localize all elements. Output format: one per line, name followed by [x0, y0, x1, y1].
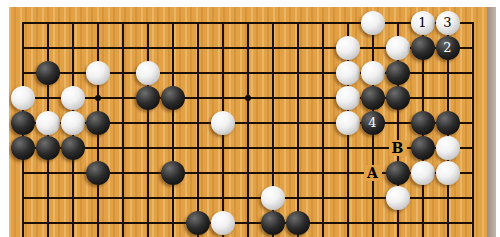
intersection: [310, 35, 335, 60]
stone-white: [436, 161, 460, 185]
intersection: [410, 110, 435, 135]
intersection: [210, 35, 235, 60]
intersection: [285, 135, 310, 160]
intersection: [60, 210, 85, 235]
intersection: [10, 135, 35, 160]
intersection: [335, 85, 360, 110]
intersection: [460, 60, 485, 85]
intersection: [410, 85, 435, 110]
intersection: [460, 210, 485, 235]
intersection: [235, 185, 260, 210]
intersection: [210, 210, 235, 235]
intersection: [410, 210, 435, 235]
intersection: [160, 60, 185, 85]
intersection: [285, 10, 310, 35]
intersection: [235, 85, 260, 110]
intersection: [110, 10, 135, 35]
intersection: [435, 60, 460, 85]
stone-white: 3: [436, 11, 460, 35]
intersection: [360, 10, 385, 35]
intersection: [385, 85, 410, 110]
intersection: [210, 160, 235, 185]
stone-white: [61, 86, 85, 110]
stone-black: [61, 136, 85, 160]
intersection: [85, 185, 110, 210]
intersection: [35, 210, 60, 235]
intersection: [60, 85, 85, 110]
intersection: [60, 135, 85, 160]
intersection: [210, 60, 235, 85]
intersection: [85, 135, 110, 160]
stone-black: [361, 86, 385, 110]
intersection: [185, 85, 210, 110]
intersection: [460, 135, 485, 160]
intersection: [160, 160, 185, 185]
intersection: [210, 135, 235, 160]
intersection: [310, 160, 335, 185]
intersection: [35, 110, 60, 135]
intersection: [360, 60, 385, 85]
intersection: [185, 185, 210, 210]
intersection: [135, 160, 160, 185]
intersection: [160, 85, 185, 110]
intersection: [135, 35, 160, 60]
intersection: [385, 60, 410, 85]
intersection: [310, 135, 335, 160]
intersection: [335, 35, 360, 60]
stone-black: [11, 136, 35, 160]
intersection: [310, 60, 335, 85]
stone-white: [411, 161, 435, 185]
intersection: B: [385, 135, 410, 160]
intersection: [110, 185, 135, 210]
intersection: [135, 85, 160, 110]
intersection: [310, 210, 335, 235]
intersection: [10, 160, 35, 185]
stone-black: [411, 136, 435, 160]
intersection: [410, 35, 435, 60]
intersection: [135, 135, 160, 160]
intersection: [285, 85, 310, 110]
intersection: [160, 135, 185, 160]
intersection: [60, 10, 85, 35]
intersection: [135, 185, 160, 210]
stone-white: [11, 86, 35, 110]
intersection: [235, 110, 260, 135]
intersection: [360, 210, 385, 235]
intersection: [235, 210, 260, 235]
intersection: [35, 135, 60, 160]
stone-white: [361, 11, 385, 35]
intersection: [185, 110, 210, 135]
intersection: [185, 10, 210, 35]
go-board[interactable]: 1324BA: [9, 7, 487, 237]
stone-white: [86, 61, 110, 85]
stone-black: [286, 211, 310, 235]
intersection: [260, 160, 285, 185]
intersection: [335, 210, 360, 235]
stone-white: [336, 36, 360, 60]
stone-white: 1: [411, 11, 435, 35]
intersection: [185, 35, 210, 60]
intersection: [10, 10, 35, 35]
intersection: [360, 185, 385, 210]
intersection: [335, 160, 360, 185]
intersection: [135, 110, 160, 135]
point-label-a: A: [364, 165, 382, 181]
intersection: [335, 60, 360, 85]
intersection: [160, 110, 185, 135]
intersection: [160, 185, 185, 210]
intersection: 2: [435, 35, 460, 60]
intersection: [185, 210, 210, 235]
intersection: [10, 35, 35, 60]
intersection: [260, 35, 285, 60]
intersection: [135, 210, 160, 235]
intersection: [435, 210, 460, 235]
stone-black: [436, 111, 460, 135]
intersection: [35, 85, 60, 110]
move-number: 2: [443, 41, 451, 54]
intersection: [160, 10, 185, 35]
intersection: [410, 160, 435, 185]
intersection: [310, 85, 335, 110]
intersection: [335, 110, 360, 135]
intersection: [435, 160, 460, 185]
intersection: [260, 85, 285, 110]
intersection: [260, 135, 285, 160]
intersection: [10, 85, 35, 110]
stone-black: [136, 86, 160, 110]
intersection: [460, 10, 485, 35]
intersection: [435, 185, 460, 210]
intersection: A: [360, 160, 385, 185]
stone-black: [161, 161, 185, 185]
intersection: [60, 160, 85, 185]
intersection: [60, 60, 85, 85]
stone-white: [61, 111, 85, 135]
intersection: [385, 210, 410, 235]
stone-white: [261, 186, 285, 210]
intersection: [335, 185, 360, 210]
intersection: [35, 35, 60, 60]
intersection: [185, 60, 210, 85]
intersection: [260, 60, 285, 85]
intersection: [285, 60, 310, 85]
intersection: [435, 85, 460, 110]
intersection: [385, 35, 410, 60]
intersection: [10, 210, 35, 235]
intersection: [10, 185, 35, 210]
stone-black: 2: [436, 36, 460, 60]
intersection: [385, 185, 410, 210]
stone-white: [336, 86, 360, 110]
stone-black: [186, 211, 210, 235]
intersection: [85, 160, 110, 185]
intersection: [335, 10, 360, 35]
intersection: [85, 85, 110, 110]
stone-white: [336, 61, 360, 85]
intersection: [360, 85, 385, 110]
board-intersections: 1324BA: [10, 10, 485, 235]
stone-white: [211, 211, 235, 235]
intersection: [60, 35, 85, 60]
intersection: [85, 110, 110, 135]
intersection: [110, 60, 135, 85]
move-number: 1: [418, 16, 426, 29]
intersection: [385, 160, 410, 185]
intersection: [35, 60, 60, 85]
intersection: [460, 110, 485, 135]
stone-black: [161, 86, 185, 110]
intersection: [285, 210, 310, 235]
stone-white: [36, 111, 60, 135]
intersection: 1: [410, 10, 435, 35]
intersection: [360, 35, 385, 60]
intersection: [310, 110, 335, 135]
intersection: [35, 10, 60, 35]
intersection: [110, 210, 135, 235]
intersection: [85, 10, 110, 35]
intersection: [210, 110, 235, 135]
intersection: [10, 60, 35, 85]
stone-black: [386, 161, 410, 185]
intersection: [310, 10, 335, 35]
intersection: [360, 135, 385, 160]
intersection: [310, 185, 335, 210]
stone-black: [386, 61, 410, 85]
stone-black: [86, 161, 110, 185]
intersection: [60, 185, 85, 210]
intersection: [135, 60, 160, 85]
intersection: [85, 35, 110, 60]
move-number: 3: [443, 16, 451, 29]
intersection: [285, 110, 310, 135]
point-label-b: B: [389, 140, 407, 156]
intersection: [85, 210, 110, 235]
stone-white: [386, 186, 410, 210]
intersection: [435, 110, 460, 135]
intersection: [460, 35, 485, 60]
intersection: [335, 135, 360, 160]
intersection: [235, 135, 260, 160]
stone-white: [361, 61, 385, 85]
intersection: [460, 85, 485, 110]
stone-black: [36, 61, 60, 85]
stone-white: [436, 136, 460, 160]
intersection: [210, 85, 235, 110]
stone-black: 4: [361, 111, 385, 135]
intersection: [410, 60, 435, 85]
intersection: [110, 135, 135, 160]
intersection: [260, 185, 285, 210]
intersection: [185, 135, 210, 160]
intersection: [285, 160, 310, 185]
stone-black: [411, 36, 435, 60]
intersection: [85, 60, 110, 85]
stone-black: [36, 136, 60, 160]
intersection: [460, 160, 485, 185]
intersection: [435, 135, 460, 160]
stone-black: [411, 111, 435, 135]
intersection: [235, 160, 260, 185]
intersection: 3: [435, 10, 460, 35]
intersection: [260, 10, 285, 35]
intersection: [35, 160, 60, 185]
intersection: [110, 85, 135, 110]
stone-white: [336, 111, 360, 135]
intersection: [60, 110, 85, 135]
intersection: [160, 210, 185, 235]
intersection: [235, 10, 260, 35]
intersection: [385, 10, 410, 35]
intersection: [285, 35, 310, 60]
intersection: [260, 110, 285, 135]
intersection: [35, 185, 60, 210]
intersection: [385, 110, 410, 135]
intersection: [10, 110, 35, 135]
intersection: [210, 185, 235, 210]
stone-white: [136, 61, 160, 85]
stone-white: [211, 111, 235, 135]
intersection: [410, 185, 435, 210]
stone-black: [86, 111, 110, 135]
stone-black: [386, 86, 410, 110]
page-background: 1324BA: [0, 0, 500, 237]
intersection: [110, 160, 135, 185]
intersection: [210, 10, 235, 35]
intersection: [185, 160, 210, 185]
intersection: [135, 10, 160, 35]
intersection: 4: [360, 110, 385, 135]
stone-black: [261, 211, 285, 235]
intersection: [285, 185, 310, 210]
move-number: 4: [368, 116, 376, 129]
intersection: [460, 185, 485, 210]
intersection: [110, 35, 135, 60]
intersection: [260, 210, 285, 235]
stone-black: [11, 111, 35, 135]
intersection: [235, 35, 260, 60]
intersection: [410, 135, 435, 160]
stone-white: [386, 36, 410, 60]
intersection: [235, 60, 260, 85]
board-edge-shadow: [487, 7, 496, 237]
intersection: [160, 35, 185, 60]
intersection: [110, 110, 135, 135]
